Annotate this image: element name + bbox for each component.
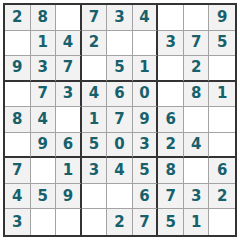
cell-r6c4[interactable]: 5 [82, 133, 108, 159]
cell-r3c9[interactable] [209, 56, 235, 82]
cell-r5c3[interactable] [56, 107, 82, 133]
cell-r2c4[interactable]: 2 [82, 31, 108, 57]
cell-r3c1[interactable]: 9 [5, 56, 31, 82]
cell-r9c7[interactable]: 5 [158, 209, 184, 235]
cell-r8c2[interactable]: 5 [31, 184, 57, 210]
cell-r6c9[interactable] [209, 133, 235, 159]
cell-r8c1[interactable]: 4 [5, 184, 31, 210]
cell-r2c8[interactable]: 7 [184, 31, 210, 57]
cell-r5c9[interactable] [209, 107, 235, 133]
cell-r9c6[interactable]: 7 [133, 209, 159, 235]
cell-r8c4[interactable] [82, 184, 108, 210]
cell-r5c4[interactable]: 1 [82, 107, 108, 133]
cell-r7c6[interactable]: 5 [133, 158, 159, 184]
cell-r2c1[interactable] [5, 31, 31, 57]
cell-r6c5[interactable]: 0 [107, 133, 133, 159]
cell-r3c7[interactable] [158, 56, 184, 82]
cell-r6c2[interactable]: 9 [31, 133, 57, 159]
cell-r4c8[interactable]: 8 [184, 82, 210, 108]
cell-r8c8[interactable]: 3 [184, 184, 210, 210]
cell-r8c5[interactable] [107, 184, 133, 210]
cell-r2c6[interactable] [133, 31, 159, 57]
cell-r4c5[interactable]: 6 [107, 82, 133, 108]
cell-r3c3[interactable]: 7 [56, 56, 82, 82]
cell-r4c6[interactable]: 0 [133, 82, 159, 108]
cell-r7c1[interactable]: 7 [5, 158, 31, 184]
cell-r7c9[interactable]: 6 [209, 158, 235, 184]
cell-r4c7[interactable] [158, 82, 184, 108]
cell-r8c7[interactable]: 7 [158, 184, 184, 210]
cell-r5c5[interactable]: 7 [107, 107, 133, 133]
cell-r7c8[interactable] [184, 158, 210, 184]
cell-r3c5[interactable]: 5 [107, 56, 133, 82]
cell-r3c8[interactable]: 2 [184, 56, 210, 82]
cell-r1c9[interactable]: 9 [209, 5, 235, 31]
cell-r3c6[interactable]: 1 [133, 56, 159, 82]
cell-r2c9[interactable]: 5 [209, 31, 235, 57]
cell-r1c6[interactable]: 4 [133, 5, 159, 31]
cell-r1c8[interactable] [184, 5, 210, 31]
cell-r7c2[interactable] [31, 158, 57, 184]
cell-r6c7[interactable]: 2 [158, 133, 184, 159]
cell-r9c9[interactable] [209, 209, 235, 235]
cell-r6c8[interactable]: 4 [184, 133, 210, 159]
cell-r2c2[interactable]: 1 [31, 31, 57, 57]
cell-r1c1[interactable]: 2 [5, 5, 31, 31]
cell-r6c3[interactable]: 6 [56, 133, 82, 159]
cell-r5c2[interactable]: 4 [31, 107, 57, 133]
cell-r1c7[interactable] [158, 5, 184, 31]
cell-r8c6[interactable]: 6 [133, 184, 159, 210]
cell-r1c4[interactable]: 7 [82, 5, 108, 31]
cell-r3c2[interactable]: 3 [31, 56, 57, 82]
cell-r3c4[interactable] [82, 56, 108, 82]
cell-r4c9[interactable]: 1 [209, 82, 235, 108]
cell-r9c1[interactable]: 3 [5, 209, 31, 235]
cell-r1c3[interactable] [56, 5, 82, 31]
cell-r1c5[interactable]: 3 [107, 5, 133, 31]
cell-r4c4[interactable]: 4 [82, 82, 108, 108]
cell-r4c3[interactable]: 3 [56, 82, 82, 108]
cell-r7c7[interactable]: 8 [158, 158, 184, 184]
cell-r2c3[interactable]: 4 [56, 31, 82, 57]
cell-r2c5[interactable] [107, 31, 133, 57]
cell-r1c2[interactable]: 8 [31, 5, 57, 31]
cell-r5c8[interactable] [184, 107, 210, 133]
cell-r9c2[interactable] [31, 209, 57, 235]
cell-r4c2[interactable]: 7 [31, 82, 57, 108]
cell-r2c7[interactable]: 3 [158, 31, 184, 57]
cell-r8c3[interactable]: 9 [56, 184, 82, 210]
cell-r6c6[interactable]: 3 [133, 133, 159, 159]
cell-r6c1[interactable] [5, 133, 31, 159]
cell-r7c4[interactable]: 3 [82, 158, 108, 184]
cell-r9c4[interactable] [82, 209, 108, 235]
cell-r7c5[interactable]: 4 [107, 158, 133, 184]
cell-r9c8[interactable]: 1 [184, 209, 210, 235]
cell-r5c1[interactable]: 8 [5, 107, 31, 133]
cell-r4c1[interactable] [5, 82, 31, 108]
cell-r9c5[interactable]: 2 [107, 209, 133, 235]
cell-r5c6[interactable]: 9 [133, 107, 159, 133]
cell-r8c9[interactable]: 2 [209, 184, 235, 210]
cell-r5c7[interactable]: 6 [158, 107, 184, 133]
cell-r9c3[interactable] [56, 209, 82, 235]
cell-r7c3[interactable]: 1 [56, 158, 82, 184]
sudoku-board: 2873491423759375127346081841796965032471… [3, 3, 237, 237]
